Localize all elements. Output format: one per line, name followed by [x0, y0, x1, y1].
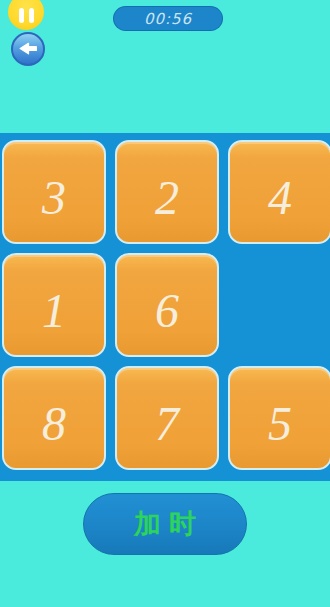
add-time-button[interactable]: 加时	[83, 493, 247, 555]
add-time-label: 加时	[126, 506, 204, 542]
pause-icon	[29, 8, 34, 23]
game-screen: 00:56 3 2 4 1 6 8 7 5 加时	[0, 0, 330, 607]
board-panel: 3 2 4 1 6 8 7 5	[0, 133, 330, 481]
tile-6[interactable]: 6	[115, 253, 219, 357]
tile-5[interactable]: 5	[228, 366, 330, 470]
puzzle-board: 3 2 4 1 6 8 7 5	[0, 133, 330, 481]
tile-1[interactable]: 1	[2, 253, 106, 357]
pause-button[interactable]	[8, 0, 44, 30]
pause-icon	[19, 8, 24, 23]
tile-2[interactable]: 2	[115, 140, 219, 244]
tile-7[interactable]: 7	[115, 366, 219, 470]
timer-pill: 00:56	[113, 6, 223, 31]
tile-8[interactable]: 8	[2, 366, 106, 470]
tile-4[interactable]: 4	[228, 140, 330, 244]
back-button[interactable]	[11, 32, 45, 66]
empty-cell	[228, 253, 330, 357]
back-arrow-icon	[17, 38, 39, 60]
tile-3[interactable]: 3	[2, 140, 106, 244]
timer-text: 00:56	[144, 10, 192, 28]
